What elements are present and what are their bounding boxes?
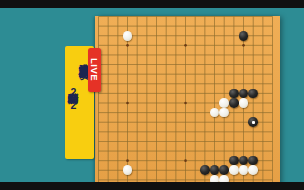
- live-label: LIVE: [89, 58, 100, 81]
- stone-black: [239, 156, 249, 166]
- stone-white: [123, 165, 133, 175]
- stone-black: [248, 156, 258, 166]
- stone-white: [123, 31, 133, 41]
- stone-white: [229, 165, 239, 175]
- stone-white: [219, 98, 229, 108]
- stone-black: [248, 89, 258, 99]
- video-area: 交流群棋友比赛 精彩瞬间22 LIVE: [0, 8, 304, 182]
- stone-black: [239, 31, 249, 41]
- stones-layer: [95, 16, 280, 190]
- stone-black: [239, 89, 249, 99]
- last-move-marker: [252, 121, 255, 124]
- stone-black: [210, 165, 220, 175]
- live-badge: LIVE: [88, 48, 101, 92]
- banner-title-sub: 精彩瞬间22: [67, 84, 79, 111]
- stone-white: [210, 108, 220, 118]
- stone-black: [229, 89, 239, 99]
- stone-white: [219, 108, 229, 118]
- stone-white: [239, 98, 249, 108]
- stone-white: [248, 165, 258, 175]
- letterbox-bottom: [0, 182, 304, 190]
- stone-black: [248, 117, 258, 127]
- go-board[interactable]: [95, 16, 280, 190]
- stone-black: [229, 156, 239, 166]
- stone-black: [229, 98, 239, 108]
- stone-black: [200, 165, 210, 175]
- video-frame[interactable]: 交流群棋友比赛 精彩瞬间22 LIVE: [0, 0, 304, 190]
- stone-black: [219, 165, 229, 175]
- stone-white: [239, 165, 249, 175]
- letterbox-top: [0, 0, 304, 8]
